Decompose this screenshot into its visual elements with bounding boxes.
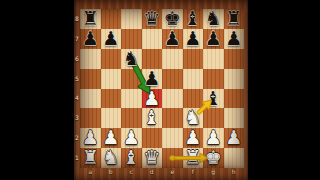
piece-black-k-e8[interactable]: ♚	[164, 9, 181, 29]
piece-black-q-d8[interactable]: ♛	[143, 9, 160, 29]
piece-black-n-c6[interactable]: ♞	[123, 49, 140, 69]
square-h2[interactable]: ♟	[224, 128, 245, 148]
letterbox-right	[248, 0, 320, 180]
square-b7[interactable]: ♟	[101, 29, 122, 49]
file-label-d: d	[142, 169, 163, 175]
square-e5[interactable]	[162, 69, 183, 89]
rank-label-2: 2	[74, 135, 80, 141]
square-g8[interactable]: ♞	[203, 9, 224, 29]
file-label-a: a	[80, 169, 101, 175]
square-d3[interactable]: ♝	[142, 108, 163, 128]
square-c1[interactable]: ♝	[121, 148, 142, 168]
square-f7[interactable]: ♟	[183, 29, 204, 49]
piece-black-p-e7[interactable]: ♟	[164, 29, 181, 49]
square-b8[interactable]	[101, 9, 122, 29]
square-b4[interactable]	[101, 89, 122, 109]
rank-label-3: 3	[74, 115, 80, 121]
piece-white-k-g1[interactable]: ♚	[205, 148, 222, 168]
rank-label-1: 1	[74, 155, 80, 161]
square-g1[interactable]: ♚	[203, 148, 224, 168]
piece-white-n-b1[interactable]: ♞	[102, 148, 119, 168]
square-g5[interactable]	[203, 69, 224, 89]
square-b6[interactable]	[101, 49, 122, 69]
piece-black-n-g8[interactable]: ♞	[205, 9, 222, 29]
square-b1[interactable]: ♞	[101, 148, 122, 168]
rank-label-4: 4	[74, 95, 80, 101]
square-d8[interactable]: ♛	[142, 9, 163, 29]
square-a5[interactable]	[80, 69, 101, 89]
square-d5[interactable]: ♟	[142, 69, 163, 89]
square-e8[interactable]: ♚	[162, 9, 183, 29]
square-g6[interactable]	[203, 49, 224, 69]
piece-white-r-f1[interactable]: ♜	[184, 148, 201, 168]
file-label-h: h	[224, 169, 245, 175]
rank-label-7: 7	[74, 36, 80, 42]
square-f8[interactable]: ♝	[183, 9, 204, 29]
square-a7[interactable]: ♟	[80, 29, 101, 49]
square-f6[interactable]	[183, 49, 204, 69]
square-e7[interactable]: ♟	[162, 29, 183, 49]
piece-white-b-c1[interactable]: ♝	[123, 148, 140, 168]
square-c8[interactable]	[121, 9, 142, 29]
piece-black-p-a7[interactable]: ♟	[82, 29, 99, 49]
file-label-b: b	[101, 169, 122, 175]
square-h6[interactable]	[224, 49, 245, 69]
square-e6[interactable]	[162, 49, 183, 69]
square-a1[interactable]: ♜	[80, 148, 101, 168]
chess-board-frame: ♜♛♚♝♞♜♟♟♟♟♟♟♞♟♟♝♝♞♟♟♟♟♟♟♜♞♝♛♜♚ 87654321 …	[74, 0, 248, 180]
piece-white-q-d1[interactable]: ♛	[143, 148, 160, 168]
chess-board[interactable]: ♜♛♚♝♞♜♟♟♟♟♟♟♞♟♟♝♝♞♟♟♟♟♟♟♜♞♝♛♜♚	[80, 9, 244, 168]
square-c5[interactable]	[121, 69, 142, 89]
square-h1[interactable]	[224, 148, 245, 168]
square-h4[interactable]	[224, 89, 245, 109]
rank-label-8: 8	[74, 16, 80, 22]
piece-black-p-h7[interactable]: ♟	[225, 29, 242, 49]
piece-white-p-h2[interactable]: ♟	[225, 128, 242, 148]
square-e1[interactable]	[162, 148, 183, 168]
file-label-c: c	[121, 169, 142, 175]
piece-black-b-f8[interactable]: ♝	[184, 9, 201, 29]
piece-black-p-d5[interactable]: ♟	[143, 69, 160, 89]
square-d7[interactable]	[142, 29, 163, 49]
square-b5[interactable]	[101, 69, 122, 89]
piece-black-r-h8[interactable]: ♜	[225, 9, 242, 29]
piece-white-b-d3[interactable]: ♝	[143, 108, 160, 128]
square-f5[interactable]	[183, 69, 204, 89]
file-label-e: e	[162, 169, 183, 175]
square-a4[interactable]	[80, 89, 101, 109]
square-d1[interactable]: ♛	[142, 148, 163, 168]
file-label-f: f	[183, 169, 204, 175]
square-d6[interactable]	[142, 49, 163, 69]
square-e3[interactable]	[162, 108, 183, 128]
file-label-g: g	[203, 169, 224, 175]
square-a8[interactable]: ♜	[80, 9, 101, 29]
square-g4[interactable]: ♝	[203, 89, 224, 109]
square-a6[interactable]	[80, 49, 101, 69]
rank-label-5: 5	[74, 76, 80, 82]
square-h5[interactable]	[224, 69, 245, 89]
piece-black-p-g7[interactable]: ♟	[205, 29, 222, 49]
square-c7[interactable]	[121, 29, 142, 49]
square-c4[interactable]	[121, 89, 142, 109]
square-e4[interactable]	[162, 89, 183, 109]
square-c6[interactable]: ♞	[121, 49, 142, 69]
square-h7[interactable]: ♟	[224, 29, 245, 49]
video-frame: ♜♛♚♝♞♜♟♟♟♟♟♟♞♟♟♝♝♞♟♟♟♟♟♟♜♞♝♛♜♚ 87654321 …	[0, 0, 320, 180]
piece-black-b-g4[interactable]: ♝	[205, 89, 222, 109]
square-f1[interactable]: ♜	[183, 148, 204, 168]
square-e2[interactable]	[162, 128, 183, 148]
piece-white-r-a1[interactable]: ♜	[82, 148, 99, 168]
square-g7[interactable]: ♟	[203, 29, 224, 49]
letterbox-left	[0, 0, 74, 180]
piece-black-r-a8[interactable]: ♜	[82, 9, 99, 29]
rank-label-6: 6	[74, 56, 80, 62]
square-h8[interactable]: ♜	[224, 9, 245, 29]
piece-black-p-f7[interactable]: ♟	[184, 29, 201, 49]
piece-black-p-b7[interactable]: ♟	[102, 29, 119, 49]
